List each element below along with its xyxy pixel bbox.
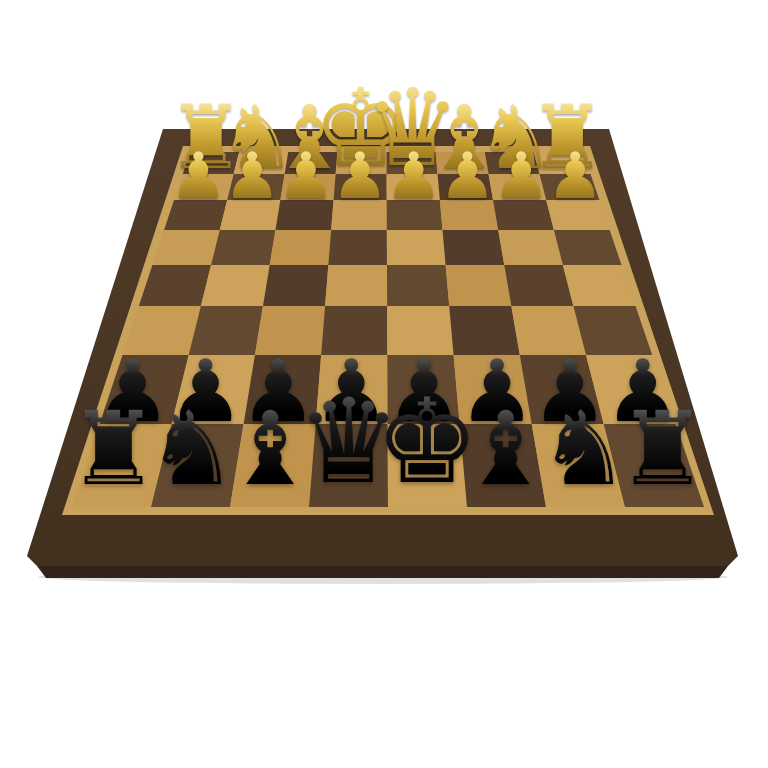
gold-pawn[interactable]: ♟ <box>277 144 334 208</box>
gold-pawn[interactable]: ♟ <box>493 144 550 208</box>
square-d5[interactable] <box>387 230 446 265</box>
square-e4[interactable] <box>325 265 387 306</box>
square-g4[interactable] <box>201 265 270 306</box>
square-h5[interactable] <box>152 230 219 265</box>
square-f4[interactable] <box>263 265 328 306</box>
chess-scene: ♜♞♝♚♛♝♞♜♟♟♟♟♟♟♟♟♟♟♟♟♟♟♟♟♜♞♝♛♚♝♞♜ <box>0 0 768 768</box>
square-d4[interactable] <box>387 265 449 306</box>
square-g5[interactable] <box>211 230 275 265</box>
square-f5[interactable] <box>270 230 331 265</box>
gold-pawn[interactable]: ♟ <box>223 144 280 208</box>
square-a5[interactable] <box>554 230 622 265</box>
board-front-edge <box>37 566 728 578</box>
square-c5[interactable] <box>443 230 505 265</box>
gold-pawn[interactable]: ♟ <box>546 144 603 208</box>
gold-pawn[interactable]: ♟ <box>331 144 388 208</box>
black-rook[interactable]: ♜ <box>617 398 708 500</box>
gold-pawn[interactable]: ♟ <box>385 144 442 208</box>
square-b5[interactable] <box>498 230 563 265</box>
square-b4[interactable] <box>504 265 573 306</box>
gold-pawn[interactable]: ♟ <box>170 144 227 208</box>
square-c4[interactable] <box>446 265 512 306</box>
gold-pawn[interactable]: ♟ <box>439 144 496 208</box>
square-e5[interactable] <box>328 230 387 265</box>
